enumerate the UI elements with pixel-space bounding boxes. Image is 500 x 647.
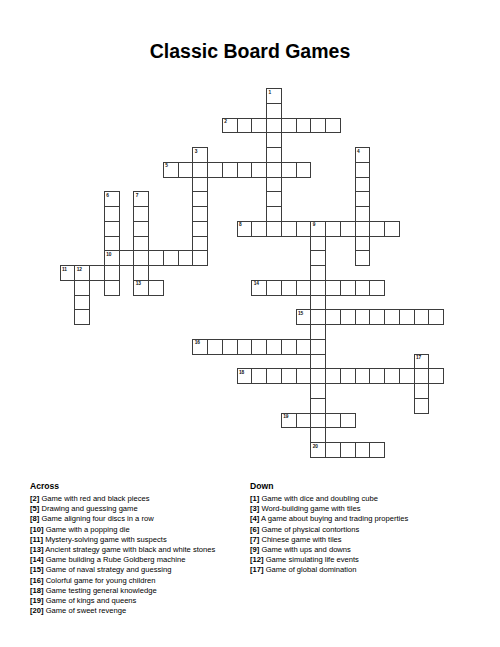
grid-cell[interactable] [74, 295, 90, 311]
grid-cell[interactable] [251, 118, 267, 134]
across-clue: [14] Game building a Rube Goldberg machi… [30, 555, 248, 565]
grid-cell[interactable] [119, 250, 135, 266]
grid-cell[interactable] [325, 118, 341, 134]
grid-cell[interactable] [414, 398, 430, 414]
clue-number: [5] [30, 504, 39, 513]
grid-cell[interactable] [399, 368, 415, 384]
grid-cell[interactable] [266, 132, 282, 148]
grid-cell[interactable] [74, 280, 90, 296]
grid-cell[interactable]: 1 [266, 88, 282, 104]
grid-cell[interactable]: 9 [310, 221, 326, 237]
clue-number: [16] [30, 576, 44, 585]
cell-number-label: 14 [254, 281, 259, 286]
grid-cell[interactable] [310, 368, 326, 384]
cell-number-label: 9 [313, 222, 315, 227]
grid-cell[interactable] [281, 118, 297, 134]
grid-cell[interactable] [266, 162, 282, 178]
grid-cell[interactable] [384, 368, 400, 384]
across-clue: [10] Game with a popping die [30, 525, 248, 535]
grid-cell[interactable] [310, 427, 326, 443]
grid-cell[interactable] [355, 368, 371, 384]
grid-cell[interactable]: 2 [222, 118, 238, 134]
down-heading: Down [250, 481, 495, 491]
across-clue: [8] Game aligning four discs in a row [30, 514, 248, 524]
clue-number: [1] [250, 494, 259, 503]
clue-number: [4] [250, 514, 259, 523]
grid-cell[interactable] [192, 250, 208, 266]
grid-cell[interactable] [310, 339, 326, 355]
grid-cell[interactable]: 8 [237, 221, 253, 237]
grid-cell[interactable] [222, 162, 238, 178]
grid-cell[interactable] [207, 339, 223, 355]
grid-cell[interactable] [266, 368, 282, 384]
down-clue: [7] Chinese game with tiles [250, 535, 495, 545]
clue-text: Game with red and black pieces [39, 494, 149, 503]
grid-cell[interactable] [104, 280, 120, 296]
clue-number: [2] [30, 494, 39, 503]
grid-cell[interactable] [340, 309, 356, 325]
grid-cell[interactable] [251, 368, 267, 384]
grid-cell[interactable] [355, 236, 371, 252]
grid-cell[interactable]: 7 [133, 191, 149, 207]
grid-cell[interactable]: 15 [296, 309, 312, 325]
grid-cell[interactable] [355, 191, 371, 207]
grid-cell[interactable] [325, 442, 341, 458]
across-clues-section: Across [2] Game with red and black piece… [30, 481, 248, 616]
grid-cell[interactable] [207, 162, 223, 178]
clue-text: Game building a Rube Goldberg machine [44, 555, 186, 564]
grid-cell[interactable] [281, 280, 297, 296]
down-clue: [4] A game about buying and trading prop… [250, 514, 495, 524]
grid-cell[interactable] [310, 280, 326, 296]
grid-cell[interactable] [192, 162, 208, 178]
clue-number: [8] [30, 514, 39, 523]
grid-cell[interactable] [310, 295, 326, 311]
grid-cell[interactable] [355, 309, 371, 325]
cell-number-label: 11 [62, 267, 67, 272]
grid-cell[interactable] [281, 339, 297, 355]
grid-cell[interactable] [266, 147, 282, 163]
clue-number: [14] [30, 555, 44, 564]
grid-cell[interactable] [192, 177, 208, 193]
cell-number-label: 6 [106, 193, 108, 198]
down-clue: [6] Game of physical contortions [250, 525, 495, 535]
cell-number-label: 13 [136, 281, 141, 286]
grid-cell[interactable] [104, 236, 120, 252]
clue-number: [19] [30, 596, 44, 605]
clue-text: Game testing general knowledge [44, 586, 157, 595]
grid-cell[interactable] [428, 368, 444, 384]
grid-cell[interactable] [384, 309, 400, 325]
cell-number-label: 19 [283, 414, 288, 419]
cell-number-label: 20 [313, 444, 318, 449]
clue-number: [11] [30, 535, 43, 544]
grid-cell[interactable] [325, 309, 341, 325]
across-clue: [5] Drawing and guessing game [30, 504, 248, 514]
grid-cell[interactable] [281, 221, 297, 237]
grid-cell[interactable] [310, 250, 326, 266]
clue-text: Game with dice and doubling cube [259, 494, 378, 503]
clue-text: Game of physical contortions [259, 525, 359, 534]
grid-cell[interactable]: 17 [414, 354, 430, 370]
clue-number: [7] [250, 535, 259, 544]
grid-cell[interactable] [266, 191, 282, 207]
clue-number: [20] [30, 606, 44, 615]
grid-cell[interactable] [355, 162, 371, 178]
grid-cell[interactable]: 10 [104, 250, 120, 266]
across-clue: [2] Game with red and black pieces [30, 494, 248, 504]
grid-cell[interactable] [310, 324, 326, 340]
cell-number-label: 2 [224, 119, 226, 124]
grid-cell[interactable] [74, 309, 90, 325]
grid-cell[interactable] [355, 280, 371, 296]
cell-number-label: 4 [357, 149, 359, 154]
clue-number: [13] [30, 545, 44, 554]
across-clue: [20] Game of sweet revenge [30, 606, 248, 616]
grid-cell[interactable] [266, 118, 282, 134]
grid-cell[interactable] [310, 309, 326, 325]
grid-cell[interactable] [104, 265, 120, 281]
grid-cell[interactable] [104, 206, 120, 222]
grid-cell[interactable] [281, 368, 297, 384]
grid-cell[interactable] [133, 206, 149, 222]
grid-cell[interactable]: 19 [281, 413, 297, 429]
grid-cell[interactable] [89, 265, 105, 281]
grid-cell[interactable] [296, 118, 312, 134]
cell-number-label: 7 [136, 193, 138, 198]
grid-cell[interactable]: 6 [104, 191, 120, 207]
across-clue: [16] Colorful game for young children [30, 576, 248, 586]
grid-cell[interactable] [310, 265, 326, 281]
grid-cell[interactable] [237, 339, 253, 355]
grid-cell[interactable] [355, 442, 371, 458]
grid-cell[interactable] [251, 339, 267, 355]
grid-cell[interactable] [266, 206, 282, 222]
grid-cell[interactable] [310, 354, 326, 370]
grid-cell[interactable]: 4 [355, 147, 371, 163]
grid-cell[interactable] [296, 368, 312, 384]
down-clue: [3] Word-building game with tiles [250, 504, 495, 514]
grid-cell[interactable] [222, 339, 238, 355]
across-clue: [15] Game of naval strategy and guessing [30, 565, 248, 575]
grid-cell[interactable] [178, 162, 194, 178]
grid-cell[interactable]: 16 [192, 339, 208, 355]
clue-text: Word-building game with tiles [259, 504, 360, 513]
clue-text: Game of sweet revenge [44, 606, 127, 615]
clue-text: Mystery-solving game with suspects [43, 535, 167, 544]
grid-cell[interactable] [399, 309, 415, 325]
grid-cell[interactable] [148, 280, 164, 296]
grid-cell[interactable] [340, 280, 356, 296]
across-clue: [13] Ancient strategy game with black an… [30, 545, 248, 555]
grid-cell[interactable] [369, 442, 385, 458]
down-clue: [1] Game with dice and doubling cube [250, 494, 495, 504]
grid-cell[interactable] [251, 221, 267, 237]
clue-number: [18] [30, 586, 44, 595]
grid-cell[interactable] [369, 309, 385, 325]
grid-cell[interactable] [178, 250, 194, 266]
grid-cell[interactable] [428, 309, 444, 325]
grid-cell[interactable]: 3 [192, 147, 208, 163]
clue-text: A game about buying and trading properti… [259, 514, 408, 523]
grid-cell[interactable] [266, 221, 282, 237]
grid-cell[interactable] [192, 221, 208, 237]
grid-cell[interactable] [104, 221, 120, 237]
grid-cell[interactable] [414, 309, 430, 325]
grid-cell[interactable] [310, 383, 326, 399]
grid-cell[interactable] [325, 413, 341, 429]
grid-cell[interactable] [192, 191, 208, 207]
clue-text: Game with a popping die [44, 525, 130, 534]
clue-text: Game of kings and queens [44, 596, 137, 605]
cell-number-label: 17 [416, 355, 421, 360]
grid-cell[interactable] [237, 118, 253, 134]
clue-text: Game of global domination [264, 565, 357, 574]
clue-text: Game simulating life events [264, 555, 359, 564]
grid-cell[interactable] [355, 221, 371, 237]
across-clue-list: [2] Game with red and black pieces[5] Dr… [30, 494, 248, 616]
clue-number: [6] [250, 525, 259, 534]
grid-cell[interactable] [369, 280, 385, 296]
grid-cell[interactable]: 18 [237, 368, 253, 384]
grid-cell[interactable] [355, 206, 371, 222]
cell-number-label: 1 [269, 90, 271, 95]
grid-cell[interactable] [340, 442, 356, 458]
cell-number-label: 16 [195, 340, 200, 345]
cell-number-label: 15 [298, 311, 303, 316]
grid-cell[interactable] [340, 221, 356, 237]
grid-cell[interactable] [325, 280, 341, 296]
grid-cell[interactable] [133, 236, 149, 252]
grid-cell[interactable] [384, 221, 400, 237]
grid-cell[interactable] [266, 280, 282, 296]
cell-number-label: 8 [239, 222, 241, 227]
grid-cell[interactable] [310, 118, 326, 134]
grid-cell[interactable] [340, 413, 356, 429]
down-clue-list: [1] Game with dice and doubling cube[3] … [250, 494, 495, 576]
clue-text: Colorful game for young children [44, 576, 156, 585]
crossword-grid: 2589101112131415161819201346717 [0, 0, 500, 480]
grid-cell[interactable]: 14 [251, 280, 267, 296]
down-clues-section: Down [1] Game with dice and doubling cub… [250, 481, 495, 576]
grid-cell[interactable] [192, 236, 208, 252]
grid-cell[interactable] [148, 250, 164, 266]
grid-cell[interactable] [325, 221, 341, 237]
clue-text: Game of naval strategy and guessing [44, 565, 172, 574]
grid-cell[interactable]: 13 [133, 280, 149, 296]
across-clue: [18] Game testing general knowledge [30, 586, 248, 596]
grid-cell[interactable] [296, 280, 312, 296]
grid-cell[interactable]: 12 [74, 265, 90, 281]
down-clue: [17] Game of global domination [250, 565, 495, 575]
grid-cell[interactable] [266, 103, 282, 119]
cell-number-label: 5 [165, 163, 167, 168]
grid-cell[interactable] [296, 339, 312, 355]
grid-cell[interactable] [296, 162, 312, 178]
grid-cell[interactable] [133, 221, 149, 237]
clue-number: [17] [250, 565, 264, 574]
grid-cell[interactable] [266, 339, 282, 355]
grid-cell[interactable] [355, 250, 371, 266]
grid-cell[interactable] [369, 221, 385, 237]
cell-number-label: 18 [239, 370, 244, 375]
clue-number: [3] [250, 504, 259, 513]
cell-number-label: 10 [106, 252, 111, 257]
grid-cell[interactable] [266, 177, 282, 193]
grid-cell[interactable] [414, 383, 430, 399]
grid-cell[interactable] [133, 265, 149, 281]
grid-cell[interactable] [192, 206, 208, 222]
cell-number-label: 3 [195, 149, 197, 154]
grid-cell[interactable] [310, 236, 326, 252]
clue-text: Ancient strategy game with black and whi… [44, 545, 216, 554]
grid-cell[interactable] [310, 413, 326, 429]
clue-text: Game aligning four discs in a row [39, 514, 153, 523]
grid-cell[interactable] [340, 368, 356, 384]
grid-cell[interactable] [133, 250, 149, 266]
across-heading: Across [30, 481, 248, 491]
grid-cell[interactable] [296, 221, 312, 237]
down-clue: [12] Game simulating life events [250, 555, 495, 565]
cell-number-label: 12 [77, 267, 82, 272]
clue-text: Chinese game with tiles [259, 535, 341, 544]
across-clue: [11] Mystery-solving game with suspects [30, 535, 248, 545]
grid-cell[interactable] [310, 398, 326, 414]
grid-cell[interactable] [369, 368, 385, 384]
clue-number: [15] [30, 565, 44, 574]
clue-number: [12] [250, 555, 264, 564]
grid-cell[interactable]: 5 [163, 162, 179, 178]
clue-text: Drawing and guessing game [39, 504, 137, 513]
page: Classic Board Games 25891011121314151618… [0, 0, 500, 647]
across-clue: [19] Game of kings and queens [30, 596, 248, 606]
clue-number: [10] [30, 525, 44, 534]
grid-cell[interactable] [325, 368, 341, 384]
clue-number: [9] [250, 545, 259, 554]
grid-cell[interactable]: 11 [60, 265, 76, 281]
down-clue: [9] Game with ups and downs [250, 545, 495, 555]
grid-cell[interactable] [296, 413, 312, 429]
grid-cell[interactable] [251, 162, 267, 178]
grid-cell[interactable] [414, 368, 430, 384]
grid-cell[interactable] [237, 162, 253, 178]
grid-cell[interactable] [163, 250, 179, 266]
grid-cell[interactable] [281, 162, 297, 178]
grid-cell[interactable]: 20 [310, 442, 326, 458]
grid-cell[interactable] [355, 177, 371, 193]
clue-text: Game with ups and downs [259, 545, 351, 554]
